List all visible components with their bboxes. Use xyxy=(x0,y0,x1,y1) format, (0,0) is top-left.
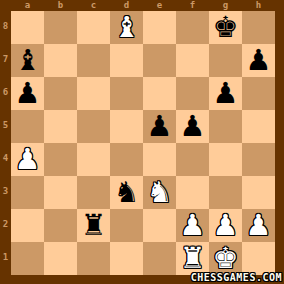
piece-black-pawn[interactable]: ♟ xyxy=(176,110,209,143)
square-h5[interactable] xyxy=(242,110,275,143)
square-h7[interactable]: ♟ xyxy=(242,44,275,77)
square-d1[interactable] xyxy=(110,242,143,275)
square-b4[interactable] xyxy=(44,143,77,176)
square-h3[interactable] xyxy=(242,176,275,209)
square-b3[interactable] xyxy=(44,176,77,209)
square-b6[interactable] xyxy=(44,77,77,110)
square-b5[interactable] xyxy=(44,110,77,143)
square-d5[interactable] xyxy=(110,110,143,143)
piece-black-king[interactable]: ♚ xyxy=(209,11,242,44)
square-d6[interactable] xyxy=(110,77,143,110)
square-d4[interactable] xyxy=(110,143,143,176)
square-a7[interactable]: ♝ xyxy=(11,44,44,77)
file-label-e: e xyxy=(143,0,176,11)
square-c4[interactable] xyxy=(77,143,110,176)
rank-label-6: 6 xyxy=(0,77,11,110)
square-f8[interactable] xyxy=(176,11,209,44)
square-a3[interactable] xyxy=(11,176,44,209)
piece-white-pawn[interactable]: ♟ xyxy=(11,143,44,176)
square-f2[interactable]: ♟ xyxy=(176,209,209,242)
square-e2[interactable] xyxy=(143,209,176,242)
square-c7[interactable] xyxy=(77,44,110,77)
piece-black-pawn[interactable]: ♟ xyxy=(11,77,44,110)
chess-diagram: abcdefgh 87654321 ♝♚♝♟♟♟♟♟♟♞♞♜♟♟♟♜♚ CHES… xyxy=(0,0,284,284)
square-a1[interactable] xyxy=(11,242,44,275)
file-label-c: c xyxy=(77,0,110,11)
piece-white-pawn[interactable]: ♟ xyxy=(242,209,275,242)
piece-white-knight[interactable]: ♞ xyxy=(143,176,176,209)
rank-label-4: 4 xyxy=(0,143,11,176)
square-h4[interactable] xyxy=(242,143,275,176)
rank-label-7: 7 xyxy=(0,44,11,77)
square-h8[interactable] xyxy=(242,11,275,44)
square-f5[interactable]: ♟ xyxy=(176,110,209,143)
rank-label-3: 3 xyxy=(0,176,11,209)
square-e6[interactable] xyxy=(143,77,176,110)
rank-label-5: 5 xyxy=(0,110,11,143)
square-g8[interactable]: ♚ xyxy=(209,11,242,44)
square-e7[interactable] xyxy=(143,44,176,77)
square-c5[interactable] xyxy=(77,110,110,143)
square-f6[interactable] xyxy=(176,77,209,110)
square-a4[interactable]: ♟ xyxy=(11,143,44,176)
chess-board[interactable]: ♝♚♝♟♟♟♟♟♟♞♞♜♟♟♟♜♚ xyxy=(11,11,275,275)
piece-white-pawn[interactable]: ♟ xyxy=(176,209,209,242)
square-c3[interactable] xyxy=(77,176,110,209)
square-e5[interactable]: ♟ xyxy=(143,110,176,143)
square-d2[interactable] xyxy=(110,209,143,242)
square-a5[interactable] xyxy=(11,110,44,143)
square-b7[interactable] xyxy=(44,44,77,77)
square-c2[interactable]: ♜ xyxy=(77,209,110,242)
square-f7[interactable] xyxy=(176,44,209,77)
file-label-b: b xyxy=(44,0,77,11)
piece-black-knight[interactable]: ♞ xyxy=(110,176,143,209)
piece-white-pawn[interactable]: ♟ xyxy=(209,209,242,242)
piece-black-pawn[interactable]: ♟ xyxy=(143,110,176,143)
square-d7[interactable] xyxy=(110,44,143,77)
piece-black-bishop[interactable]: ♝ xyxy=(11,44,44,77)
rank-labels: 87654321 xyxy=(0,11,11,275)
rank-label-8: 8 xyxy=(0,11,11,44)
square-g4[interactable] xyxy=(209,143,242,176)
square-h6[interactable] xyxy=(242,77,275,110)
square-c8[interactable] xyxy=(77,11,110,44)
square-g3[interactable] xyxy=(209,176,242,209)
square-a2[interactable] xyxy=(11,209,44,242)
square-b8[interactable] xyxy=(44,11,77,44)
square-e3[interactable]: ♞ xyxy=(143,176,176,209)
piece-black-pawn[interactable]: ♟ xyxy=(242,44,275,77)
square-c1[interactable] xyxy=(77,242,110,275)
square-a8[interactable] xyxy=(11,11,44,44)
square-b2[interactable] xyxy=(44,209,77,242)
square-c6[interactable] xyxy=(77,77,110,110)
rank-label-1: 1 xyxy=(0,242,11,275)
square-g7[interactable] xyxy=(209,44,242,77)
piece-black-pawn[interactable]: ♟ xyxy=(209,77,242,110)
square-g2[interactable]: ♟ xyxy=(209,209,242,242)
piece-black-rook[interactable]: ♜ xyxy=(77,209,110,242)
square-h2[interactable]: ♟ xyxy=(242,209,275,242)
square-e8[interactable] xyxy=(143,11,176,44)
square-e1[interactable] xyxy=(143,242,176,275)
file-label-a: a xyxy=(11,0,44,11)
file-label-f: f xyxy=(176,0,209,11)
site-branding: CHESSGAMES.COM xyxy=(191,271,282,284)
rank-label-2: 2 xyxy=(0,209,11,242)
square-f4[interactable] xyxy=(176,143,209,176)
square-d3[interactable]: ♞ xyxy=(110,176,143,209)
square-a6[interactable]: ♟ xyxy=(11,77,44,110)
square-d8[interactable]: ♝ xyxy=(110,11,143,44)
square-f3[interactable] xyxy=(176,176,209,209)
file-label-h: h xyxy=(242,0,275,11)
piece-white-bishop[interactable]: ♝ xyxy=(110,11,143,44)
square-g6[interactable]: ♟ xyxy=(209,77,242,110)
square-g5[interactable] xyxy=(209,110,242,143)
square-e4[interactable] xyxy=(143,143,176,176)
square-b1[interactable] xyxy=(44,242,77,275)
